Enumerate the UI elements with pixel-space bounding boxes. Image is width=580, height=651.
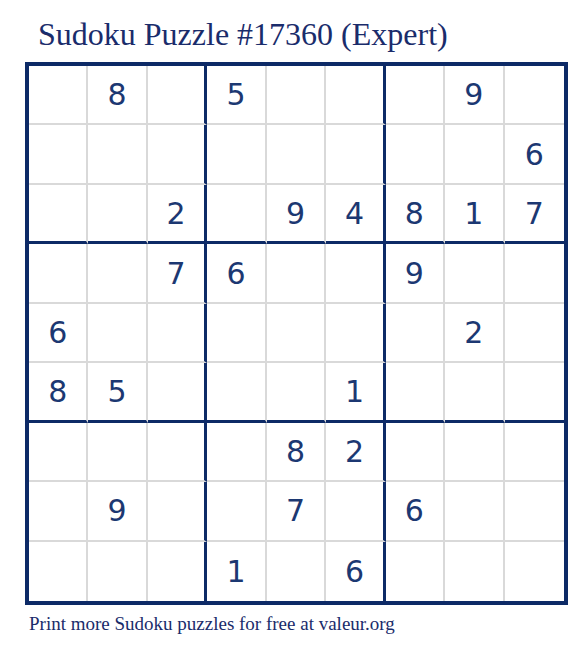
cell-r7c8[interactable]: [445, 423, 504, 482]
cell-r9c1[interactable]: [29, 542, 88, 601]
cell-r5c2[interactable]: [88, 304, 147, 363]
cell-r9c4[interactable]: 1: [207, 542, 266, 601]
cell-r5c6[interactable]: [326, 304, 385, 363]
cell-r3c7[interactable]: 8: [386, 185, 445, 244]
cell-r8c4[interactable]: [207, 482, 266, 541]
cell-r2c2[interactable]: [88, 125, 147, 184]
cell-r5c4[interactable]: [207, 304, 266, 363]
cell-r8c5[interactable]: 7: [267, 482, 326, 541]
cell-r8c6[interactable]: [326, 482, 385, 541]
cell-r2c5[interactable]: [267, 125, 326, 184]
cell-r3c4[interactable]: [207, 185, 266, 244]
cell-r8c3[interactable]: [148, 482, 207, 541]
cell-r4c7[interactable]: 9: [386, 244, 445, 303]
cell-r4c8[interactable]: [445, 244, 504, 303]
cell-r1c1[interactable]: [29, 66, 88, 125]
cell-r7c4[interactable]: [207, 423, 266, 482]
cell-r9c9[interactable]: [505, 542, 564, 601]
cell-r2c6[interactable]: [326, 125, 385, 184]
cell-r4c5[interactable]: [267, 244, 326, 303]
cell-r5c3[interactable]: [148, 304, 207, 363]
cell-r6c8[interactable]: [445, 363, 504, 422]
cell-r9c5[interactable]: [267, 542, 326, 601]
sudoku-board: 8596294817769628518297616: [25, 62, 568, 605]
cell-r5c9[interactable]: [505, 304, 564, 363]
cell-r6c1[interactable]: 8: [29, 363, 88, 422]
cell-r7c5[interactable]: 8: [267, 423, 326, 482]
cell-r9c8[interactable]: [445, 542, 504, 601]
cell-r4c4[interactable]: 6: [207, 244, 266, 303]
cell-r1c6[interactable]: [326, 66, 385, 125]
cell-r6c7[interactable]: [386, 363, 445, 422]
cell-r8c9[interactable]: [505, 482, 564, 541]
cell-r1c4[interactable]: 5: [207, 66, 266, 125]
footer-credit: Print more Sudoku puzzles for free at va…: [29, 612, 395, 636]
cell-r9c6[interactable]: 6: [326, 542, 385, 601]
cell-r7c7[interactable]: [386, 423, 445, 482]
cell-r5c7[interactable]: [386, 304, 445, 363]
cell-r4c2[interactable]: [88, 244, 147, 303]
cell-r4c6[interactable]: [326, 244, 385, 303]
cell-r3c6[interactable]: 4: [326, 185, 385, 244]
cell-r7c1[interactable]: [29, 423, 88, 482]
cell-r6c5[interactable]: [267, 363, 326, 422]
cell-r2c1[interactable]: [29, 125, 88, 184]
cell-r1c7[interactable]: [386, 66, 445, 125]
cell-r4c9[interactable]: [505, 244, 564, 303]
cell-r3c8[interactable]: 1: [445, 185, 504, 244]
cell-r3c5[interactable]: 9: [267, 185, 326, 244]
cell-r9c3[interactable]: [148, 542, 207, 601]
cell-r7c3[interactable]: [148, 423, 207, 482]
cell-r5c8[interactable]: 2: [445, 304, 504, 363]
cell-r6c6[interactable]: 1: [326, 363, 385, 422]
cell-r6c3[interactable]: [148, 363, 207, 422]
cell-r8c1[interactable]: [29, 482, 88, 541]
cell-r9c2[interactable]: [88, 542, 147, 601]
cell-r2c7[interactable]: [386, 125, 445, 184]
cell-r1c8[interactable]: 9: [445, 66, 504, 125]
cell-r3c9[interactable]: 7: [505, 185, 564, 244]
cell-r2c4[interactable]: [207, 125, 266, 184]
cell-r2c3[interactable]: [148, 125, 207, 184]
cell-r4c1[interactable]: [29, 244, 88, 303]
cell-r1c5[interactable]: [267, 66, 326, 125]
cell-r7c6[interactable]: 2: [326, 423, 385, 482]
cell-r7c9[interactable]: [505, 423, 564, 482]
cell-r2c9[interactable]: 6: [505, 125, 564, 184]
cell-r9c7[interactable]: [386, 542, 445, 601]
cell-r3c1[interactable]: [29, 185, 88, 244]
cell-r8c2[interactable]: 9: [88, 482, 147, 541]
cell-r5c5[interactable]: [267, 304, 326, 363]
cell-r7c2[interactable]: [88, 423, 147, 482]
cell-r8c8[interactable]: [445, 482, 504, 541]
cell-r5c1[interactable]: 6: [29, 304, 88, 363]
cell-r4c3[interactable]: 7: [148, 244, 207, 303]
cell-r6c9[interactable]: [505, 363, 564, 422]
cell-r8c7[interactable]: 6: [386, 482, 445, 541]
cell-r1c2[interactable]: 8: [88, 66, 147, 125]
cell-r1c9[interactable]: [505, 66, 564, 125]
cell-r2c8[interactable]: [445, 125, 504, 184]
cell-r6c4[interactable]: [207, 363, 266, 422]
page-title: Sudoku Puzzle #17360 (Expert): [38, 16, 448, 52]
sudoku-print-page: Sudoku Puzzle #17360 (Expert) 8596294817…: [0, 0, 580, 651]
cell-r1c3[interactable]: [148, 66, 207, 125]
cell-r6c2[interactable]: 5: [88, 363, 147, 422]
cell-r3c3[interactable]: 2: [148, 185, 207, 244]
cell-r3c2[interactable]: [88, 185, 147, 244]
